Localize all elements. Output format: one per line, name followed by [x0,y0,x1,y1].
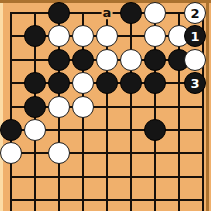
white-stone [72,96,94,118]
white-stone [72,72,94,94]
white-stone [184,49,206,71]
grid-vertical-line [130,12,132,211]
white-stone [48,25,70,47]
board-top-shadow [0,0,211,3]
go-board: 213 a [0,0,211,211]
black-stone [48,49,70,71]
black-stone [120,2,142,24]
grid-vertical-line [10,12,12,211]
black-stone [24,25,46,47]
black-stone [72,49,94,71]
black-stone [144,72,166,94]
white-stone [0,142,22,164]
white-stone-numbered: 2 [184,2,206,24]
white-stone [96,49,118,71]
black-stone [120,72,142,94]
white-stone [48,96,70,118]
black-stone [48,72,70,94]
grid-horizontal-line [10,176,204,178]
white-stone [24,119,46,141]
white-stone [144,2,166,24]
black-stone [24,72,46,94]
white-stone [96,25,118,47]
black-stone [144,49,166,71]
white-stone [120,49,142,71]
white-stone [48,142,70,164]
white-stone [72,25,94,47]
board-left-highlight [0,0,3,211]
black-stone [24,96,46,118]
black-stone [0,119,22,141]
black-stone [96,72,118,94]
point-label-a: a [102,6,113,19]
grid-horizontal-line [10,152,204,154]
black-stone [48,2,70,24]
black-stone [144,119,166,141]
white-stone [144,25,166,47]
grid-horizontal-line [10,199,204,201]
board-right-shadow [206,0,209,211]
